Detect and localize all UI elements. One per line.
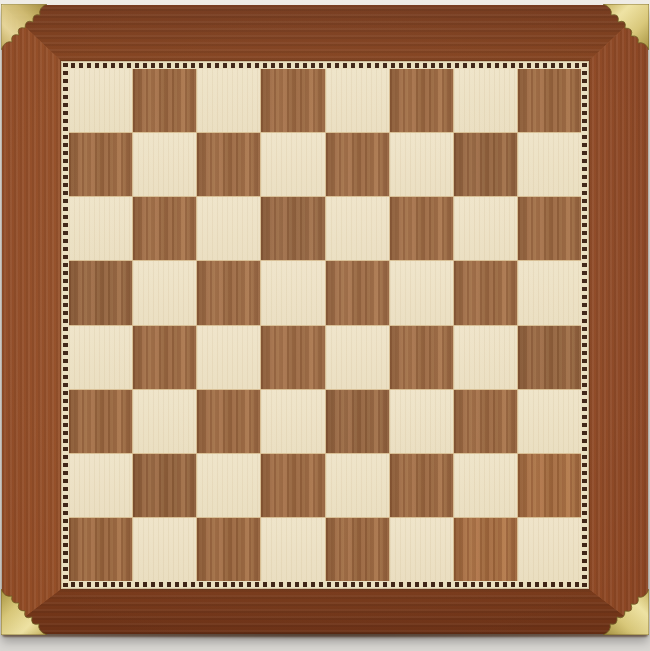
square-c8[interactable] [197,69,260,132]
square-g8[interactable] [454,69,517,132]
square-b6[interactable] [133,197,196,260]
square-b7[interactable] [133,133,196,196]
photo-background: { "game": "chess", "description": "Overh… [0,0,650,651]
square-d2[interactable] [261,454,324,517]
playing-field [61,61,589,589]
square-d3[interactable] [261,390,324,453]
square-e4[interactable] [326,326,389,389]
square-d8[interactable] [261,69,324,132]
square-e6[interactable] [326,197,389,260]
square-c5[interactable] [197,261,260,324]
inlay-border-left [63,63,68,587]
square-c3[interactable] [197,390,260,453]
square-e2[interactable] [326,454,389,517]
square-a8[interactable] [69,69,132,132]
square-f3[interactable] [390,390,453,453]
square-e3[interactable] [326,390,389,453]
square-c1[interactable] [197,518,260,581]
square-a7[interactable] [69,133,132,196]
square-h7[interactable] [518,133,581,196]
square-g7[interactable] [454,133,517,196]
square-g4[interactable] [454,326,517,389]
square-c7[interactable] [197,133,260,196]
square-a5[interactable] [69,261,132,324]
square-a4[interactable] [69,326,132,389]
square-h2[interactable] [518,454,581,517]
square-e5[interactable] [326,261,389,324]
square-d5[interactable] [261,261,324,324]
square-d7[interactable] [261,133,324,196]
square-g3[interactable] [454,390,517,453]
square-b8[interactable] [133,69,196,132]
square-c4[interactable] [197,326,260,389]
square-f1[interactable] [390,518,453,581]
square-a1[interactable] [69,518,132,581]
square-h5[interactable] [518,261,581,324]
square-g6[interactable] [454,197,517,260]
square-b1[interactable] [133,518,196,581]
square-g5[interactable] [454,261,517,324]
square-e8[interactable] [326,69,389,132]
square-g2[interactable] [454,454,517,517]
square-d6[interactable] [261,197,324,260]
square-c2[interactable] [197,454,260,517]
square-f6[interactable] [390,197,453,260]
square-b3[interactable] [133,390,196,453]
square-f7[interactable] [390,133,453,196]
square-e7[interactable] [326,133,389,196]
square-a2[interactable] [69,454,132,517]
square-b2[interactable] [133,454,196,517]
square-f2[interactable] [390,454,453,517]
square-f8[interactable] [390,69,453,132]
square-a3[interactable] [69,390,132,453]
square-b5[interactable] [133,261,196,324]
square-d4[interactable] [261,326,324,389]
square-h6[interactable] [518,197,581,260]
square-d1[interactable] [261,518,324,581]
square-a6[interactable] [69,197,132,260]
inlay-border-bottom [63,582,587,587]
square-e1[interactable] [326,518,389,581]
board-drop-shadow [8,633,642,640]
inlay-border-top [63,63,587,68]
square-h4[interactable] [518,326,581,389]
square-h3[interactable] [518,390,581,453]
chessboard [2,5,648,634]
square-f5[interactable] [390,261,453,324]
square-f4[interactable] [390,326,453,389]
inlay-border-right [582,63,587,587]
square-b4[interactable] [133,326,196,389]
square-c6[interactable] [197,197,260,260]
square-g1[interactable] [454,518,517,581]
square-h1[interactable] [518,518,581,581]
square-h8[interactable] [518,69,581,132]
squares-grid [69,69,581,581]
